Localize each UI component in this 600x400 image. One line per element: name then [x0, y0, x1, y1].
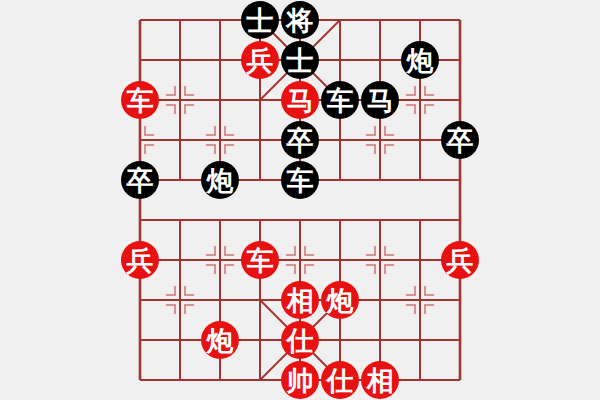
piece-red-horse-1[interactable]: 马 [281, 81, 319, 119]
piece-black-soldier-1[interactable]: 卒 [281, 121, 319, 159]
piece-red-elephant-1[interactable]: 相 [281, 281, 319, 319]
piece-red-advisor-1[interactable]: 仕 [281, 321, 319, 359]
xiangqi-app: 士将兵士炮车马车马卒卒卒炮车兵车兵相炮炮仕帅仕相 [0, 0, 600, 400]
piece-red-general[interactable]: 帅 [281, 361, 319, 399]
xiangqi-board[interactable]: 士将兵士炮车马车马卒卒卒炮车兵车兵相炮炮仕帅仕相 [0, 0, 600, 400]
piece-black-chariot-2[interactable]: 车 [281, 161, 319, 199]
piece-black-advisor-2[interactable]: 士 [281, 41, 319, 79]
piece-red-advisor-2[interactable]: 仕 [321, 361, 359, 399]
piece-red-soldier-1[interactable]: 兵 [241, 41, 279, 79]
piece-black-soldier-3[interactable]: 卒 [121, 161, 159, 199]
piece-black-general[interactable]: 将 [281, 1, 319, 39]
piece-black-cannon-1[interactable]: 炮 [401, 41, 439, 79]
piece-red-soldier-2[interactable]: 兵 [121, 241, 159, 279]
piece-black-cannon-2[interactable]: 炮 [201, 161, 239, 199]
piece-red-chariot-1[interactable]: 车 [121, 81, 159, 119]
piece-red-elephant-2[interactable]: 相 [361, 361, 399, 399]
piece-red-chariot-2[interactable]: 车 [241, 241, 279, 279]
piece-black-horse-1[interactable]: 马 [361, 81, 399, 119]
piece-red-cannon-1[interactable]: 炮 [321, 281, 359, 319]
piece-black-chariot-1[interactable]: 车 [321, 81, 359, 119]
piece-red-soldier-3[interactable]: 兵 [441, 241, 479, 279]
piece-red-cannon-2[interactable]: 炮 [201, 321, 239, 359]
piece-black-soldier-2[interactable]: 卒 [441, 121, 479, 159]
piece-black-advisor-1[interactable]: 士 [241, 1, 279, 39]
pieces-grid: 士将兵士炮车马车马卒卒卒炮车兵车兵相炮炮仕帅仕相 [120, 0, 480, 400]
